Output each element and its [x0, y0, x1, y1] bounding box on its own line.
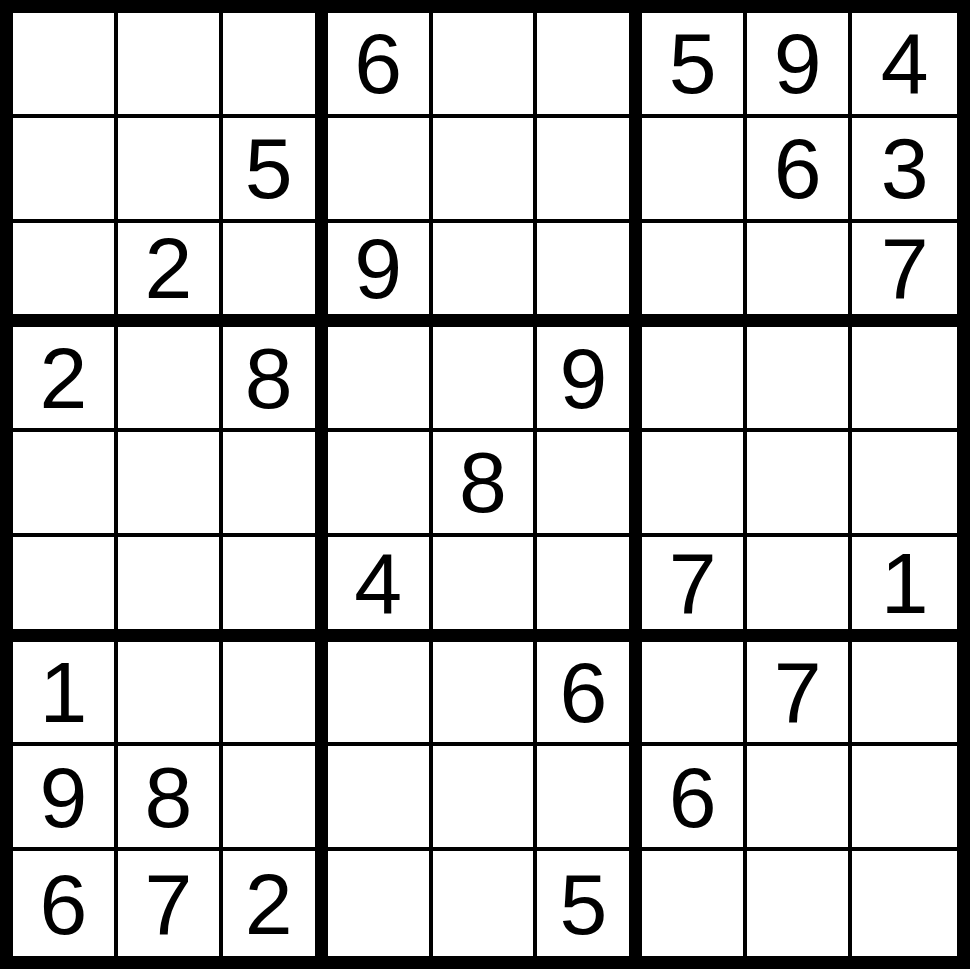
sudoku-cell-r7c3[interactable]: [223, 642, 328, 747]
sudoku-cell-r9c5[interactable]: [433, 851, 538, 956]
sudoku-cell-r8c6[interactable]: [537, 746, 642, 851]
sudoku-cell-r4c1[interactable]: 2: [13, 327, 118, 432]
sudoku-cell-r6c5[interactable]: [433, 537, 538, 642]
sudoku-cell-r7c5[interactable]: [433, 642, 538, 747]
sudoku-cell-r3c8[interactable]: [747, 223, 852, 328]
sudoku-cell-r4c2[interactable]: [118, 327, 223, 432]
sudoku-cell-r2c6[interactable]: [537, 118, 642, 223]
sudoku-cell-r8c7[interactable]: 6: [642, 746, 747, 851]
sudoku-cell-r5c3[interactable]: [223, 432, 328, 537]
sudoku-cell-r2c2[interactable]: [118, 118, 223, 223]
sudoku-board: 659456329728984711679866725: [0, 0, 970, 969]
sudoku-cell-r6c1[interactable]: [13, 537, 118, 642]
sudoku-cell-r6c9[interactable]: 1: [852, 537, 957, 642]
sudoku-cell-r5c1[interactable]: [13, 432, 118, 537]
sudoku-cell-r9c4[interactable]: [328, 851, 433, 956]
sudoku-cell-r3c6[interactable]: [537, 223, 642, 328]
sudoku-cell-r1c7[interactable]: 5: [642, 13, 747, 118]
sudoku-cell-r7c4[interactable]: [328, 642, 433, 747]
sudoku-cell-r9c8[interactable]: [747, 851, 852, 956]
sudoku-cell-r8c2[interactable]: 8: [118, 746, 223, 851]
sudoku-cell-r8c1[interactable]: 9: [13, 746, 118, 851]
sudoku-cell-r7c6[interactable]: 6: [537, 642, 642, 747]
sudoku-cell-r2c9[interactable]: 3: [852, 118, 957, 223]
sudoku-cell-r3c2[interactable]: 2: [118, 223, 223, 328]
sudoku-cell-r6c2[interactable]: [118, 537, 223, 642]
sudoku-cell-r6c4[interactable]: 4: [328, 537, 433, 642]
sudoku-cell-r1c1[interactable]: [13, 13, 118, 118]
sudoku-cell-r2c3[interactable]: 5: [223, 118, 328, 223]
sudoku-cell-r2c1[interactable]: [13, 118, 118, 223]
sudoku-cell-r7c1[interactable]: 1: [13, 642, 118, 747]
sudoku-cell-r7c8[interactable]: 7: [747, 642, 852, 747]
sudoku-cell-r3c1[interactable]: [13, 223, 118, 328]
sudoku-cell-r9c6[interactable]: 5: [537, 851, 642, 956]
sudoku-cell-r1c8[interactable]: 9: [747, 13, 852, 118]
sudoku-cell-r3c4[interactable]: 9: [328, 223, 433, 328]
sudoku-cell-r4c3[interactable]: 8: [223, 327, 328, 432]
sudoku-cell-r8c3[interactable]: [223, 746, 328, 851]
sudoku-cell-r5c7[interactable]: [642, 432, 747, 537]
sudoku-cell-r6c3[interactable]: [223, 537, 328, 642]
sudoku-cell-r1c4[interactable]: 6: [328, 13, 433, 118]
sudoku-cell-r9c9[interactable]: [852, 851, 957, 956]
sudoku-cell-r3c9[interactable]: 7: [852, 223, 957, 328]
sudoku-cell-r2c4[interactable]: [328, 118, 433, 223]
sudoku-cell-r3c7[interactable]: [642, 223, 747, 328]
sudoku-cell-r5c4[interactable]: [328, 432, 433, 537]
sudoku-cell-r4c4[interactable]: [328, 327, 433, 432]
sudoku-cell-r7c9[interactable]: [852, 642, 957, 747]
sudoku-cell-r2c8[interactable]: 6: [747, 118, 852, 223]
sudoku-cell-r9c7[interactable]: [642, 851, 747, 956]
sudoku-cell-r1c3[interactable]: [223, 13, 328, 118]
sudoku-cell-r4c5[interactable]: [433, 327, 538, 432]
sudoku-cell-r9c1[interactable]: 6: [13, 851, 118, 956]
sudoku-cell-r9c3[interactable]: 2: [223, 851, 328, 956]
sudoku-cell-r2c7[interactable]: [642, 118, 747, 223]
sudoku-cell-r4c8[interactable]: [747, 327, 852, 432]
sudoku-cell-r1c9[interactable]: 4: [852, 13, 957, 118]
sudoku-cell-r4c7[interactable]: [642, 327, 747, 432]
sudoku-cell-r5c9[interactable]: [852, 432, 957, 537]
sudoku-cell-r1c5[interactable]: [433, 13, 538, 118]
sudoku-cell-r3c3[interactable]: [223, 223, 328, 328]
sudoku-cell-r8c9[interactable]: [852, 746, 957, 851]
sudoku-cell-r1c6[interactable]: [537, 13, 642, 118]
sudoku-cell-r8c5[interactable]: [433, 746, 538, 851]
sudoku-cell-r5c8[interactable]: [747, 432, 852, 537]
sudoku-cell-r5c5[interactable]: 8: [433, 432, 538, 537]
sudoku-cell-r8c8[interactable]: [747, 746, 852, 851]
sudoku-cell-r7c2[interactable]: [118, 642, 223, 747]
sudoku-cell-r5c6[interactable]: [537, 432, 642, 537]
sudoku-cell-r8c4[interactable]: [328, 746, 433, 851]
sudoku-cell-r4c9[interactable]: [852, 327, 957, 432]
sudoku-cell-r3c5[interactable]: [433, 223, 538, 328]
sudoku-cell-r1c2[interactable]: [118, 13, 223, 118]
sudoku-cell-r4c6[interactable]: 9: [537, 327, 642, 432]
sudoku-cell-r6c6[interactable]: [537, 537, 642, 642]
sudoku-cell-r6c8[interactable]: [747, 537, 852, 642]
sudoku-cell-r9c2[interactable]: 7: [118, 851, 223, 956]
sudoku-cell-r2c5[interactable]: [433, 118, 538, 223]
sudoku-cell-r5c2[interactable]: [118, 432, 223, 537]
sudoku-cell-r6c7[interactable]: 7: [642, 537, 747, 642]
sudoku-cell-r7c7[interactable]: [642, 642, 747, 747]
